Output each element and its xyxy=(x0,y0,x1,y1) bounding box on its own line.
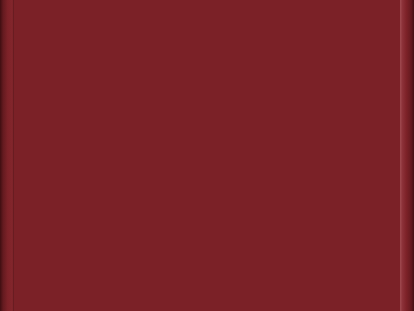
chess-board xyxy=(14,0,400,311)
board-left-border xyxy=(0,0,14,311)
chess-diagram xyxy=(0,0,414,311)
board-right-border xyxy=(400,0,414,311)
